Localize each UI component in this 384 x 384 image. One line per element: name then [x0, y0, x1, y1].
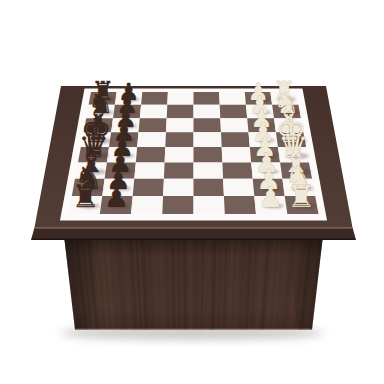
board-square: [163, 179, 193, 196]
board-square: [194, 132, 222, 147]
board-square: [133, 179, 164, 196]
board-square: [220, 105, 248, 118]
board-square: [141, 92, 168, 105]
board-square: [165, 132, 193, 147]
board-square: [194, 92, 220, 105]
board-square: [220, 118, 248, 132]
board-square: [167, 105, 194, 118]
piece-black-rook: ♜: [72, 178, 100, 214]
board-square: [222, 163, 252, 179]
board-square: [223, 179, 254, 196]
box-front-panel: [65, 239, 323, 331]
board-square: [140, 105, 168, 118]
board-square: [131, 196, 163, 214]
board-square: [167, 92, 193, 105]
board-square: [222, 147, 252, 163]
board-square: [194, 118, 222, 132]
board-square: [219, 92, 246, 105]
board-square: [194, 147, 223, 163]
piece-black-pawn: ♟: [104, 181, 129, 214]
board-square: [194, 163, 224, 179]
board-square: [136, 147, 166, 163]
chess-box-product-photo: ♜♟♟♜♞♟♟♞♝♟♟♝♚♟♟♚♛♟♟♛♝♟♟♝♞♟♟♞♜♟♟♜: [0, 0, 384, 384]
piece-white-pawn: ♟: [258, 181, 283, 214]
board-square: [194, 179, 224, 196]
board-square: [194, 105, 221, 118]
board-square: [166, 118, 194, 132]
board-square: [137, 132, 166, 147]
piece-white-rook: ♜: [288, 178, 316, 214]
board-square: [194, 196, 225, 214]
board-square: [164, 163, 194, 179]
board-square: [134, 163, 164, 179]
scene-canvas: ♜♟♟♜♞♟♟♞♝♟♟♝♚♟♟♚♛♟♟♛♝♟♟♝♞♟♟♞♜♟♟♜: [0, 0, 384, 384]
board-square: [221, 132, 250, 147]
board-square: [165, 147, 194, 163]
board-square: [224, 196, 256, 214]
board-square: [139, 118, 167, 132]
lid-front-edge: [31, 228, 356, 241]
board-square: [162, 196, 193, 214]
